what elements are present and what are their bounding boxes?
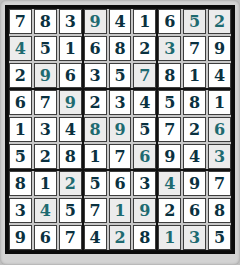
cell-r1c5[interactable]: 4 (109, 9, 132, 34)
box-3-1: 812345967 (8, 170, 83, 251)
cell-r9c5[interactable]: 2 (109, 225, 132, 250)
box-3-3: 497268135 (157, 170, 232, 251)
cell-r6c1[interactable]: 5 (9, 144, 32, 169)
cell-r3c3[interactable]: 6 (59, 63, 82, 88)
cell-r5c8[interactable]: 2 (183, 117, 206, 142)
cell-r4c4[interactable]: 2 (84, 90, 107, 115)
cell-r3c8[interactable]: 1 (183, 63, 206, 88)
cell-r2c3[interactable]: 1 (59, 36, 82, 61)
cell-r2c8[interactable]: 7 (183, 36, 206, 61)
cell-r3c5[interactable]: 5 (109, 63, 132, 88)
cell-r4c3[interactable]: 9 (59, 90, 82, 115)
cell-r1c7[interactable]: 6 (158, 9, 181, 34)
cell-r6c9[interactable]: 3 (208, 144, 231, 169)
cell-r5c3[interactable]: 4 (59, 117, 82, 142)
cell-r6c5[interactable]: 7 (109, 144, 132, 169)
cell-r2c5[interactable]: 8 (109, 36, 132, 61)
cell-r9c6[interactable]: 8 (133, 225, 156, 250)
cell-r8c5[interactable]: 1 (109, 198, 132, 223)
box-3-2: 563719428 (83, 170, 158, 251)
cell-r2c7[interactable]: 3 (158, 36, 181, 61)
cell-r4c8[interactable]: 8 (183, 90, 206, 115)
cell-r7c1[interactable]: 8 (9, 171, 32, 196)
cell-r9c3[interactable]: 7 (59, 225, 82, 250)
cell-r7c6[interactable]: 3 (133, 171, 156, 196)
box-2-3: 581726943 (157, 89, 232, 170)
cell-r5c4[interactable]: 8 (84, 117, 107, 142)
cell-r9c7[interactable]: 1 (158, 225, 181, 250)
cell-r5c7[interactable]: 7 (158, 117, 181, 142)
cell-r8c8[interactable]: 6 (183, 198, 206, 223)
cell-r4c5[interactable]: 3 (109, 90, 132, 115)
box-1-3: 652379814 (157, 8, 232, 89)
cell-r7c7[interactable]: 4 (158, 171, 181, 196)
cell-r1c1[interactable]: 7 (9, 9, 32, 34)
cell-r8c1[interactable]: 3 (9, 198, 32, 223)
cell-r3c2[interactable]: 9 (34, 63, 57, 88)
cell-r6c7[interactable]: 9 (158, 144, 181, 169)
box-2-1: 679134528 (8, 89, 83, 170)
cell-r3c1[interactable]: 2 (9, 63, 32, 88)
cell-r1c2[interactable]: 8 (34, 9, 57, 34)
box-1-2: 941682357 (83, 8, 158, 89)
cell-r6c6[interactable]: 6 (133, 144, 156, 169)
cell-r9c2[interactable]: 6 (34, 225, 57, 250)
cell-r2c1[interactable]: 4 (9, 36, 32, 61)
cell-r3c6[interactable]: 7 (133, 63, 156, 88)
cell-r6c2[interactable]: 2 (34, 144, 57, 169)
cell-r9c8[interactable]: 3 (183, 225, 206, 250)
cell-r7c9[interactable]: 7 (208, 171, 231, 196)
cell-r8c3[interactable]: 5 (59, 198, 82, 223)
sudoku-app-window: 7834512969416823576523798146791345282348… (0, 0, 240, 265)
cell-r6c3[interactable]: 8 (59, 144, 82, 169)
cell-r7c4[interactable]: 5 (84, 171, 107, 196)
cell-r9c9[interactable]: 5 (208, 225, 231, 250)
cell-r1c9[interactable]: 2 (208, 9, 231, 34)
cell-r8c2[interactable]: 4 (34, 198, 57, 223)
cell-r4c1[interactable]: 6 (9, 90, 32, 115)
cell-r4c2[interactable]: 7 (34, 90, 57, 115)
cell-r7c5[interactable]: 6 (109, 171, 132, 196)
cell-r1c3[interactable]: 3 (59, 9, 82, 34)
cell-r5c9[interactable]: 6 (208, 117, 231, 142)
cell-r2c4[interactable]: 6 (84, 36, 107, 61)
cell-r9c4[interactable]: 4 (84, 225, 107, 250)
cell-r5c1[interactable]: 1 (9, 117, 32, 142)
cell-r6c8[interactable]: 4 (183, 144, 206, 169)
cell-r2c6[interactable]: 2 (133, 36, 156, 61)
cell-r3c4[interactable]: 3 (84, 63, 107, 88)
cell-r3c9[interactable]: 4 (208, 63, 231, 88)
cell-r8c9[interactable]: 8 (208, 198, 231, 223)
cell-r5c6[interactable]: 5 (133, 117, 156, 142)
sudoku-board: 7834512969416823576523798146791345282348… (5, 5, 235, 254)
cell-r1c4[interactable]: 9 (84, 9, 107, 34)
cell-r8c7[interactable]: 2 (158, 198, 181, 223)
cell-r6c4[interactable]: 1 (84, 144, 107, 169)
cell-r7c8[interactable]: 9 (183, 171, 206, 196)
cell-r7c2[interactable]: 1 (34, 171, 57, 196)
cell-r8c6[interactable]: 9 (133, 198, 156, 223)
box-1-1: 783451296 (8, 8, 83, 89)
cell-r2c2[interactable]: 5 (34, 36, 57, 61)
cell-r3c7[interactable]: 8 (158, 63, 181, 88)
cell-r4c9[interactable]: 1 (208, 90, 231, 115)
cell-r9c1[interactable]: 9 (9, 225, 32, 250)
cell-r5c5[interactable]: 9 (109, 117, 132, 142)
cell-r8c4[interactable]: 7 (84, 198, 107, 223)
cell-r2c9[interactable]: 9 (208, 36, 231, 61)
cell-r4c6[interactable]: 4 (133, 90, 156, 115)
box-2-2: 234895176 (83, 89, 158, 170)
cell-r7c3[interactable]: 2 (59, 171, 82, 196)
cell-r1c6[interactable]: 1 (133, 9, 156, 34)
cell-r1c8[interactable]: 5 (183, 9, 206, 34)
cell-r5c2[interactable]: 3 (34, 117, 57, 142)
cell-r4c7[interactable]: 5 (158, 90, 181, 115)
